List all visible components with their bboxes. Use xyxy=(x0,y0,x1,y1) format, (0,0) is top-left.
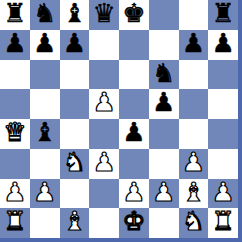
square-d6[interactable] xyxy=(89,60,119,90)
black-rook: ♜ xyxy=(211,0,234,29)
square-c6[interactable] xyxy=(60,60,90,90)
square-c2[interactable] xyxy=(60,179,90,209)
chess-board: ♜♞♝♛♚♜♟♟♟♟♟♞♟♟♛♝♟♞♟♟♟♟♟♟♝♟♜♝♚♞♜ xyxy=(0,0,238,238)
square-g4[interactable] xyxy=(179,119,209,149)
chess-board-frame: ♜♞♝♛♚♜♟♟♟♟♟♞♟♟♛♝♟♞♟♟♟♟♟♟♝♟♜♝♚♞♜ xyxy=(0,0,242,242)
square-a3[interactable] xyxy=(0,149,30,179)
square-a7[interactable]: ♟ xyxy=(0,30,30,60)
square-h4[interactable] xyxy=(208,119,238,149)
black-bishop: ♝ xyxy=(33,119,56,148)
square-g6[interactable] xyxy=(179,60,209,90)
square-c5[interactable] xyxy=(60,89,90,119)
square-c8[interactable]: ♝ xyxy=(60,0,90,30)
square-d5[interactable]: ♟ xyxy=(89,89,119,119)
square-b5[interactable] xyxy=(30,89,60,119)
square-c3[interactable]: ♞ xyxy=(60,149,90,179)
square-g8[interactable] xyxy=(179,0,209,30)
square-c1[interactable]: ♝ xyxy=(60,208,90,238)
square-d7[interactable] xyxy=(89,30,119,60)
white-pawn: ♟ xyxy=(211,179,234,208)
square-b4[interactable]: ♝ xyxy=(30,119,60,149)
square-h2[interactable]: ♟ xyxy=(208,179,238,209)
square-h3[interactable] xyxy=(208,149,238,179)
square-f8[interactable] xyxy=(149,0,179,30)
white-pawn: ♟ xyxy=(3,179,26,208)
square-a5[interactable] xyxy=(0,89,30,119)
white-bishop: ♝ xyxy=(63,208,86,237)
square-g2[interactable]: ♝ xyxy=(179,179,209,209)
white-rook: ♜ xyxy=(3,208,26,237)
white-pawn: ♟ xyxy=(152,179,175,208)
black-king: ♚ xyxy=(122,0,145,29)
square-b1[interactable] xyxy=(30,208,60,238)
black-pawn: ♟ xyxy=(63,30,86,59)
white-pawn: ♟ xyxy=(92,89,115,118)
square-b7[interactable]: ♟ xyxy=(30,30,60,60)
square-f3[interactable] xyxy=(149,149,179,179)
square-c4[interactable] xyxy=(60,119,90,149)
square-b3[interactable] xyxy=(30,149,60,179)
square-f2[interactable]: ♟ xyxy=(149,179,179,209)
white-queen: ♛ xyxy=(3,119,26,148)
square-d2[interactable] xyxy=(89,179,119,209)
square-g1[interactable]: ♞ xyxy=(179,208,209,238)
square-b8[interactable]: ♞ xyxy=(30,0,60,30)
black-pawn: ♟ xyxy=(3,30,26,59)
square-e8[interactable]: ♚ xyxy=(119,0,149,30)
square-e6[interactable] xyxy=(119,60,149,90)
black-queen: ♛ xyxy=(92,0,115,29)
white-pawn: ♟ xyxy=(182,149,205,178)
square-e2[interactable]: ♟ xyxy=(119,179,149,209)
square-h5[interactable] xyxy=(208,89,238,119)
square-a4[interactable]: ♛ xyxy=(0,119,30,149)
square-b6[interactable] xyxy=(30,60,60,90)
square-a1[interactable]: ♜ xyxy=(0,208,30,238)
black-pawn: ♟ xyxy=(122,119,145,148)
square-g3[interactable]: ♟ xyxy=(179,149,209,179)
square-h6[interactable] xyxy=(208,60,238,90)
white-knight: ♞ xyxy=(182,208,205,237)
white-bishop: ♝ xyxy=(182,179,205,208)
square-d1[interactable] xyxy=(89,208,119,238)
square-c7[interactable]: ♟ xyxy=(60,30,90,60)
square-a8[interactable]: ♜ xyxy=(0,0,30,30)
black-pawn: ♟ xyxy=(33,30,56,59)
black-knight: ♞ xyxy=(33,0,56,29)
white-knight: ♞ xyxy=(63,149,86,178)
white-pawn: ♟ xyxy=(33,179,56,208)
black-pawn: ♟ xyxy=(152,89,175,118)
square-f1[interactable] xyxy=(149,208,179,238)
black-knight: ♞ xyxy=(152,60,175,89)
white-pawn: ♟ xyxy=(122,179,145,208)
square-f7[interactable] xyxy=(149,30,179,60)
square-f4[interactable] xyxy=(149,119,179,149)
square-d3[interactable]: ♟ xyxy=(89,149,119,179)
square-g5[interactable] xyxy=(179,89,209,119)
black-pawn: ♟ xyxy=(182,30,205,59)
square-h1[interactable]: ♜ xyxy=(208,208,238,238)
square-e4[interactable]: ♟ xyxy=(119,119,149,149)
square-a2[interactable]: ♟ xyxy=(0,179,30,209)
white-king: ♚ xyxy=(122,208,145,237)
square-a6[interactable] xyxy=(0,60,30,90)
white-rook: ♜ xyxy=(211,208,234,237)
square-d4[interactable] xyxy=(89,119,119,149)
black-pawn: ♟ xyxy=(211,30,234,59)
square-e1[interactable]: ♚ xyxy=(119,208,149,238)
square-d8[interactable]: ♛ xyxy=(89,0,119,30)
square-f5[interactable]: ♟ xyxy=(149,89,179,119)
square-e7[interactable] xyxy=(119,30,149,60)
square-g7[interactable]: ♟ xyxy=(179,30,209,60)
square-b2[interactable]: ♟ xyxy=(30,179,60,209)
square-h7[interactable]: ♟ xyxy=(208,30,238,60)
white-pawn: ♟ xyxy=(92,149,115,178)
square-e3[interactable] xyxy=(119,149,149,179)
square-e5[interactable] xyxy=(119,89,149,119)
square-f6[interactable]: ♞ xyxy=(149,60,179,90)
black-rook: ♜ xyxy=(3,0,26,29)
black-bishop: ♝ xyxy=(63,0,86,29)
square-h8[interactable]: ♜ xyxy=(208,0,238,30)
